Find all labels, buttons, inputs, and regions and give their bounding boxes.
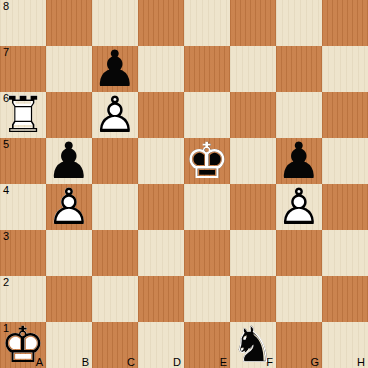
rank-label-2: 2 [3, 276, 9, 289]
square-b8[interactable] [46, 0, 92, 46]
square-e1[interactable]: E [184, 322, 230, 368]
square-h6[interactable] [322, 92, 368, 138]
square-d7[interactable] [138, 46, 184, 92]
chess-board: 87♟6♜♖♟♙5♟♚♔♟4♟♙♟♙321A♚♔BCDEF♞♘GH [0, 0, 368, 368]
square-b3[interactable] [46, 230, 92, 276]
square-g4[interactable]: ♟♙ [276, 184, 322, 230]
square-d5[interactable] [138, 138, 184, 184]
square-a8[interactable]: 8 [0, 0, 46, 46]
square-f8[interactable] [230, 0, 276, 46]
piece-black-knight[interactable]: ♞♘ [230, 322, 276, 368]
square-h3[interactable] [322, 230, 368, 276]
square-f4[interactable] [230, 184, 276, 230]
square-a1[interactable]: 1A♚♔ [0, 322, 46, 368]
square-d1[interactable]: D [138, 322, 184, 368]
square-c2[interactable] [92, 276, 138, 322]
white-pawn-glyph-detail: ♙ [276, 184, 322, 230]
square-a4[interactable]: 4 [0, 184, 46, 230]
square-f3[interactable] [230, 230, 276, 276]
square-e7[interactable] [184, 46, 230, 92]
square-g7[interactable] [276, 46, 322, 92]
white-rook-glyph-detail: ♖ [0, 92, 46, 138]
square-b1[interactable]: B [46, 322, 92, 368]
square-f6[interactable] [230, 92, 276, 138]
file-label-h: H [357, 356, 365, 368]
rank-label-8: 8 [3, 0, 9, 13]
square-c6[interactable]: ♟♙ [92, 92, 138, 138]
white-pawn-glyph-detail: ♙ [46, 184, 92, 230]
square-h5[interactable] [322, 138, 368, 184]
black-king-glyph-detail: ♔ [184, 138, 230, 184]
square-c5[interactable] [92, 138, 138, 184]
square-c1[interactable]: C [92, 322, 138, 368]
rank-label-7: 7 [3, 46, 9, 59]
square-h1[interactable]: H [322, 322, 368, 368]
square-f7[interactable] [230, 46, 276, 92]
square-e3[interactable] [184, 230, 230, 276]
square-f1[interactable]: F♞♘ [230, 322, 276, 368]
square-b4[interactable]: ♟♙ [46, 184, 92, 230]
piece-white-pawn[interactable]: ♟♙ [92, 92, 138, 138]
square-a6[interactable]: 6♜♖ [0, 92, 46, 138]
square-d6[interactable] [138, 92, 184, 138]
square-g8[interactable] [276, 0, 322, 46]
file-label-d: D [173, 356, 181, 368]
rank-label-3: 3 [3, 230, 9, 243]
square-h2[interactable] [322, 276, 368, 322]
piece-white-pawn[interactable]: ♟♙ [46, 184, 92, 230]
rank-label-4: 4 [3, 184, 9, 197]
square-h8[interactable] [322, 0, 368, 46]
square-e5[interactable]: ♚♔ [184, 138, 230, 184]
square-d4[interactable] [138, 184, 184, 230]
white-pawn-glyph-detail: ♙ [92, 92, 138, 138]
square-a5[interactable]: 5 [0, 138, 46, 184]
square-d3[interactable] [138, 230, 184, 276]
square-h7[interactable] [322, 46, 368, 92]
file-label-b: B [82, 356, 89, 368]
black-knight-glyph-detail: ♘ [230, 322, 276, 368]
piece-white-rook[interactable]: ♜♖ [0, 92, 46, 138]
square-g2[interactable] [276, 276, 322, 322]
piece-white-king[interactable]: ♚♔ [0, 322, 46, 368]
square-e2[interactable] [184, 276, 230, 322]
square-c4[interactable] [92, 184, 138, 230]
square-a3[interactable]: 3 [0, 230, 46, 276]
file-label-g: G [310, 356, 319, 368]
square-b2[interactable] [46, 276, 92, 322]
square-b7[interactable] [46, 46, 92, 92]
piece-black-king[interactable]: ♚♔ [184, 138, 230, 184]
square-e8[interactable] [184, 0, 230, 46]
square-f5[interactable] [230, 138, 276, 184]
piece-white-pawn[interactable]: ♟♙ [276, 184, 322, 230]
file-label-c: C [127, 356, 135, 368]
chess-diagram: 87♟6♜♖♟♙5♟♚♔♟4♟♙♟♙321A♚♔BCDEF♞♘GH [0, 0, 368, 368]
square-g3[interactable] [276, 230, 322, 276]
square-d2[interactable] [138, 276, 184, 322]
square-h4[interactable] [322, 184, 368, 230]
square-c3[interactable] [92, 230, 138, 276]
square-d8[interactable] [138, 0, 184, 46]
file-label-e: E [220, 356, 227, 368]
square-e4[interactable] [184, 184, 230, 230]
square-g1[interactable]: G [276, 322, 322, 368]
white-king-glyph-detail: ♔ [0, 322, 46, 368]
